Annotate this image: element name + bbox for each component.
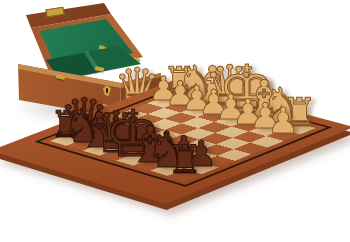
chess-set-photo: ♛ ♜♞♝♛♚♝♞♜♟♟♟♟♟♟♟♟♟♟♟♟♟♟♟♟♜♞♝♛♚♝♞♜♛ — [0, 0, 350, 242]
pieces-layer: ♜♞♝♛♚♝♞♜♟♟♟♟♟♟♟♟♟♟♟♟♟♟♟♟♜♞♝♛♚♝♞♜♛ — [0, 0, 350, 242]
piece-black-rook[interactable]: ♜ — [167, 140, 202, 179]
piece-white-pawn[interactable]: ♟ — [267, 103, 299, 139]
